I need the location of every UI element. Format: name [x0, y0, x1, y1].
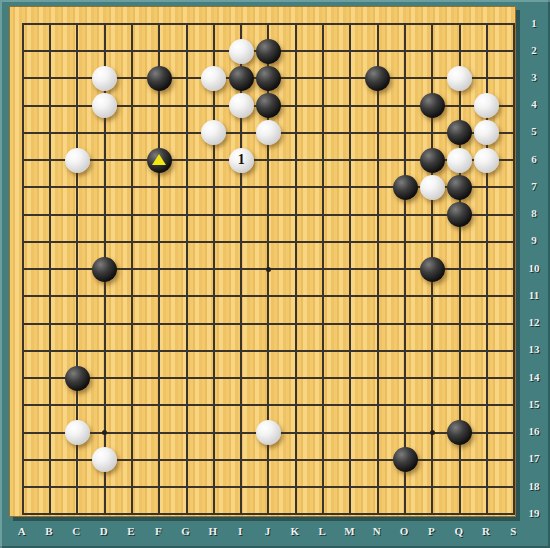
triangle-mark-icon [152, 154, 166, 165]
stone-black-f6[interactable] [147, 148, 172, 173]
grid-line-horizontal [22, 486, 516, 488]
coordinate-column-h: H [203, 525, 223, 538]
grid-line-horizontal [22, 350, 516, 352]
stone-white-d4[interactable] [92, 93, 117, 118]
grid-line-vertical [513, 23, 515, 515]
star-point [430, 430, 435, 435]
grid-line-vertical [404, 23, 406, 515]
coordinate-row-14: 14 [521, 371, 547, 384]
coordinate-row-18: 18 [521, 480, 547, 493]
stone-black-i3[interactable] [229, 66, 254, 91]
stone-white-r6[interactable] [474, 148, 499, 173]
stone-white-j16[interactable] [256, 420, 281, 445]
stone-white-h5[interactable] [201, 120, 226, 145]
coordinate-row-19: 19 [521, 507, 547, 520]
coordinate-row-2: 2 [521, 44, 547, 57]
stone-white-c6[interactable] [65, 148, 90, 173]
stone-black-j2[interactable] [256, 39, 281, 64]
grid-line-horizontal [22, 295, 516, 297]
coordinate-column-p: P [421, 525, 441, 538]
coordinate-column-o: O [394, 525, 414, 538]
grid-line-vertical [295, 23, 297, 515]
go-app-window: 1 ABCDEFGHIJKLMNOPQRS1234567891011121314… [0, 0, 550, 548]
coordinate-column-i: I [230, 525, 250, 538]
stone-black-c14[interactable] [65, 366, 90, 391]
stone-white-i2[interactable] [229, 39, 254, 64]
grid-line-horizontal [22, 513, 516, 515]
coordinate-row-4: 4 [521, 98, 547, 111]
stone-black-q16[interactable] [447, 420, 472, 445]
coordinate-column-g: G [176, 525, 196, 538]
stone-white-j5[interactable] [256, 120, 281, 145]
coordinate-column-s: S [503, 525, 523, 538]
coordinate-column-f: F [148, 525, 168, 538]
grid-line-horizontal [22, 323, 516, 325]
stone-white-d3[interactable] [92, 66, 117, 91]
coordinate-row-10: 10 [521, 262, 547, 275]
stone-black-q8[interactable] [447, 202, 472, 227]
stone-white-r5[interactable] [474, 120, 499, 145]
stone-black-d10[interactable] [92, 257, 117, 282]
coordinate-row-13: 13 [521, 343, 547, 356]
stone-black-n3[interactable] [365, 66, 390, 91]
coordinate-column-b: B [39, 525, 59, 538]
coordinate-row-15: 15 [521, 398, 547, 411]
coordinate-row-12: 12 [521, 316, 547, 329]
grid-line-horizontal [22, 377, 516, 379]
coordinate-column-l: L [312, 525, 332, 538]
stone-white-q3[interactable] [447, 66, 472, 91]
coordinate-row-11: 11 [521, 289, 547, 302]
coordinate-column-e: E [121, 525, 141, 538]
stone-black-p6[interactable] [420, 148, 445, 173]
coordinate-row-1: 1 [521, 17, 547, 30]
star-point [266, 267, 271, 272]
coordinate-column-m: M [339, 525, 359, 538]
move-number-label: 1 [229, 148, 254, 173]
coordinate-row-7: 7 [521, 180, 547, 193]
stone-black-q7[interactable] [447, 175, 472, 200]
coordinate-column-d: D [94, 525, 114, 538]
coordinate-row-8: 8 [521, 207, 547, 220]
stone-white-r4[interactable] [474, 93, 499, 118]
coordinate-row-6: 6 [521, 153, 547, 166]
stone-black-o17[interactable] [393, 447, 418, 472]
coordinate-row-5: 5 [521, 125, 547, 138]
coordinate-row-17: 17 [521, 452, 547, 465]
coordinate-column-c: C [66, 525, 86, 538]
stone-white-d17[interactable] [92, 447, 117, 472]
grid-line-horizontal [22, 404, 516, 406]
coordinate-row-9: 9 [521, 234, 547, 247]
coordinate-column-k: K [285, 525, 305, 538]
grid-line-vertical [377, 23, 379, 515]
coordinate-column-q: Q [449, 525, 469, 538]
stone-black-p4[interactable] [420, 93, 445, 118]
stone-black-o7[interactable] [393, 175, 418, 200]
grid-line-vertical [322, 23, 324, 515]
stone-white-h3[interactable] [201, 66, 226, 91]
stone-black-p10[interactable] [420, 257, 445, 282]
stone-black-j3[interactable] [256, 66, 281, 91]
stone-white-c16[interactable] [65, 420, 90, 445]
coordinate-column-n: N [367, 525, 387, 538]
stone-white-q6[interactable] [447, 148, 472, 173]
coordinate-column-r: R [476, 525, 496, 538]
coordinate-column-a: A [12, 525, 32, 538]
stone-black-q5[interactable] [447, 120, 472, 145]
coordinate-column-j: J [257, 525, 277, 538]
go-board[interactable]: 1 [9, 6, 516, 517]
coordinate-row-16: 16 [521, 425, 547, 438]
coordinate-row-3: 3 [521, 71, 547, 84]
stone-white-p7[interactable] [420, 175, 445, 200]
stone-white-i4[interactable] [229, 93, 254, 118]
stone-black-j4[interactable] [256, 93, 281, 118]
stone-black-f3[interactable] [147, 66, 172, 91]
stone-white-i6[interactable]: 1 [229, 148, 254, 173]
star-point [102, 430, 107, 435]
grid-line-vertical [349, 23, 351, 515]
